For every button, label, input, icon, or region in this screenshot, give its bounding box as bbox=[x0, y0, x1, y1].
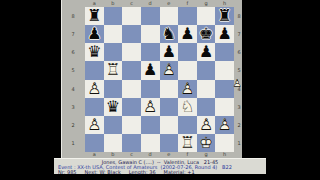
square-b3[interactable]: ♛ bbox=[104, 98, 123, 116]
rank-labels-left: 87654321 bbox=[68, 7, 78, 152]
square-g3[interactable] bbox=[197, 98, 216, 116]
square-f2[interactable] bbox=[178, 116, 197, 134]
square-e4[interactable] bbox=[160, 80, 179, 98]
piece-outline: ♙ bbox=[199, 117, 213, 133]
square-d7[interactable] bbox=[141, 25, 160, 43]
square-a3[interactable] bbox=[85, 98, 104, 116]
white-pawn[interactable]: ♟♙ bbox=[85, 80, 104, 98]
white-pawn[interactable]: ♟♙ bbox=[85, 116, 104, 134]
square-a5[interactable] bbox=[85, 61, 104, 79]
piece-outline: ♙ bbox=[180, 81, 194, 97]
square-a6[interactable]: ♛ bbox=[85, 43, 104, 61]
square-h6[interactable] bbox=[215, 43, 234, 61]
rank-label-8: 8 bbox=[234, 7, 244, 25]
white-knight[interactable]: ♞♘ bbox=[178, 98, 197, 116]
file-label-e: e bbox=[160, 151, 179, 158]
white-pawn[interactable]: ♟♙ bbox=[197, 116, 216, 134]
piece-outline: ♔ bbox=[199, 135, 213, 151]
square-g5[interactable] bbox=[197, 61, 216, 79]
black-queen[interactable]: ♛ bbox=[104, 98, 123, 116]
black-knight[interactable]: ♞ bbox=[160, 25, 179, 43]
square-h2[interactable]: ♟♙ bbox=[215, 116, 234, 134]
rank-label-1: 1 bbox=[68, 134, 78, 152]
file-label-a: a bbox=[85, 151, 104, 158]
rank-label-2: 2 bbox=[234, 116, 244, 134]
square-c8[interactable] bbox=[122, 7, 141, 25]
square-g4[interactable] bbox=[197, 80, 216, 98]
piece-outline: ♖ bbox=[180, 135, 194, 151]
square-b8[interactable] bbox=[104, 7, 123, 25]
square-e5[interactable]: ♟♙ bbox=[160, 61, 179, 79]
black-queen[interactable]: ♛ bbox=[85, 43, 104, 61]
white-king[interactable]: ♚♔ bbox=[197, 134, 216, 152]
white-pawn-icon: ♟ ♙ bbox=[232, 77, 243, 89]
piece-outline: ♙ bbox=[87, 117, 101, 133]
file-label-h: h bbox=[215, 151, 234, 158]
rank-label-7: 7 bbox=[234, 25, 244, 43]
square-b4[interactable] bbox=[104, 80, 123, 98]
black-pawn[interactable]: ♟ bbox=[197, 43, 216, 61]
square-d3[interactable]: ♟♙ bbox=[141, 98, 160, 116]
file-label-h: h bbox=[215, 0, 234, 7]
rank-label-6: 6 bbox=[68, 43, 78, 61]
black-rook[interactable]: ♜ bbox=[85, 7, 104, 25]
white-pawn[interactable]: ♟♙ bbox=[215, 116, 234, 134]
white-pawn[interactable]: ♟♙ bbox=[141, 98, 160, 116]
square-g1[interactable]: ♚♔ bbox=[197, 134, 216, 152]
rank-label-6: 6 bbox=[234, 43, 244, 61]
square-d6[interactable] bbox=[141, 43, 160, 61]
rank-label-4: 4 bbox=[68, 80, 78, 98]
square-d2[interactable] bbox=[141, 116, 160, 134]
square-c4[interactable] bbox=[122, 80, 141, 98]
file-label-d: d bbox=[141, 0, 160, 7]
square-h3[interactable] bbox=[215, 98, 234, 116]
square-c1[interactable] bbox=[122, 134, 141, 152]
square-a7[interactable]: ♟ bbox=[85, 25, 104, 43]
file-label-c: c bbox=[122, 151, 141, 158]
piece-outline: ♙ bbox=[87, 81, 101, 97]
square-g2[interactable]: ♟♙ bbox=[197, 116, 216, 134]
square-a8[interactable]: ♜ bbox=[85, 7, 104, 25]
square-f7[interactable]: ♟ bbox=[178, 25, 197, 43]
square-f6[interactable] bbox=[178, 43, 197, 61]
white-rook[interactable]: ♜♖ bbox=[178, 134, 197, 152]
file-label-g: g bbox=[197, 151, 216, 158]
square-g7[interactable]: ♚ bbox=[197, 25, 216, 43]
square-b7[interactable] bbox=[104, 25, 123, 43]
square-d5[interactable]: ♟ bbox=[141, 61, 160, 79]
square-e2[interactable] bbox=[160, 116, 179, 134]
square-f8[interactable] bbox=[178, 7, 197, 25]
piece-outline: ♙ bbox=[218, 117, 232, 133]
square-h1[interactable] bbox=[215, 134, 234, 152]
chess-board-frame: abcdefgh ♜♜♟♞♟♚♟♛♟♟♜♖♟♟♙♟♙♟♙♛♟♙♞♘♟♙♟♙♟♙♜… bbox=[61, 0, 242, 158]
square-a1[interactable] bbox=[85, 134, 104, 152]
file-labels-top: abcdefgh bbox=[85, 0, 234, 7]
piece-outline: ♙ bbox=[162, 62, 176, 78]
piece-outline: ♘ bbox=[180, 99, 194, 115]
square-c6[interactable] bbox=[122, 43, 141, 61]
rank-label-2: 2 bbox=[68, 116, 78, 134]
piece-outline: ♙ bbox=[143, 99, 157, 115]
screenshot-canvas: abcdefgh ♜♜♟♞♟♚♟♛♟♟♜♖♟♟♙♟♙♟♙♛♟♙♞♘♟♙♟♙♟♙♜… bbox=[0, 0, 320, 180]
square-h8[interactable]: ♜ bbox=[215, 7, 234, 25]
rank-label-3: 3 bbox=[68, 98, 78, 116]
file-label-c: c bbox=[122, 0, 141, 7]
square-a2[interactable]: ♟♙ bbox=[85, 116, 104, 134]
chess-board: ♜♜♟♞♟♚♟♛♟♟♜♖♟♟♙♟♙♟♙♛♟♙♞♘♟♙♟♙♟♙♜♖♚♔ bbox=[85, 7, 234, 152]
file-label-a: a bbox=[85, 0, 104, 7]
rank-label-3: 3 bbox=[234, 98, 244, 116]
square-b1[interactable] bbox=[104, 134, 123, 152]
square-f4[interactable]: ♟♙ bbox=[178, 80, 197, 98]
black-pawn[interactable]: ♟ bbox=[178, 25, 197, 43]
square-b5[interactable]: ♜♖ bbox=[104, 61, 123, 79]
rank-label-1: 1 bbox=[234, 134, 244, 152]
file-label-f: f bbox=[178, 151, 197, 158]
square-d8[interactable] bbox=[141, 7, 160, 25]
file-label-e: e bbox=[160, 0, 179, 7]
black-pawn[interactable]: ♟ bbox=[85, 25, 104, 43]
square-d1[interactable] bbox=[141, 134, 160, 152]
black-pawn[interactable]: ♟ bbox=[141, 61, 160, 79]
white-pawn-outline: ♙ bbox=[233, 78, 243, 89]
file-label-d: d bbox=[141, 151, 160, 158]
file-label-f: f bbox=[178, 0, 197, 7]
game-info-caption: Jones, Gawain C (....) -- Valentin, Luca… bbox=[54, 158, 266, 174]
square-c5[interactable] bbox=[122, 61, 141, 79]
white-rook[interactable]: ♜♖ bbox=[104, 61, 123, 79]
black-rook[interactable]: ♜ bbox=[215, 7, 234, 25]
file-label-g: g bbox=[197, 0, 216, 7]
square-f5[interactable] bbox=[178, 61, 197, 79]
square-g6[interactable]: ♟ bbox=[197, 43, 216, 61]
square-a4[interactable]: ♟♙ bbox=[85, 80, 104, 98]
file-labels-bottom: abcdefgh bbox=[85, 151, 234, 158]
status-line: Nr: 985 Next: W: Black Length: 36 Materi… bbox=[58, 170, 262, 175]
file-label-b: b bbox=[104, 151, 123, 158]
square-f3[interactable]: ♞♘ bbox=[178, 98, 197, 116]
square-h7[interactable]: ♟ bbox=[215, 25, 234, 43]
square-c3[interactable] bbox=[122, 98, 141, 116]
white-pawn[interactable]: ♟♙ bbox=[178, 80, 197, 98]
square-d4[interactable] bbox=[141, 80, 160, 98]
piece-outline: ♖ bbox=[106, 62, 120, 78]
square-e3[interactable] bbox=[160, 98, 179, 116]
square-f1[interactable]: ♜♖ bbox=[178, 134, 197, 152]
white-pawn[interactable]: ♟♙ bbox=[160, 61, 179, 79]
square-e1[interactable] bbox=[160, 134, 179, 152]
rank-label-5: 5 bbox=[68, 61, 78, 79]
black-king[interactable]: ♚ bbox=[197, 25, 216, 43]
square-e6[interactable]: ♟ bbox=[160, 43, 179, 61]
square-c2[interactable] bbox=[122, 116, 141, 134]
square-b6[interactable] bbox=[104, 43, 123, 61]
file-label-b: b bbox=[104, 0, 123, 7]
black-pawn[interactable]: ♟ bbox=[160, 43, 179, 61]
rank-label-8: 8 bbox=[68, 7, 78, 25]
square-e7[interactable]: ♞ bbox=[160, 25, 179, 43]
black-pawn[interactable]: ♟ bbox=[215, 25, 234, 43]
square-e8[interactable] bbox=[160, 7, 179, 25]
rank-label-7: 7 bbox=[68, 25, 78, 43]
square-g8[interactable] bbox=[197, 7, 216, 25]
square-b2[interactable] bbox=[104, 116, 123, 134]
square-c7[interactable] bbox=[122, 25, 141, 43]
